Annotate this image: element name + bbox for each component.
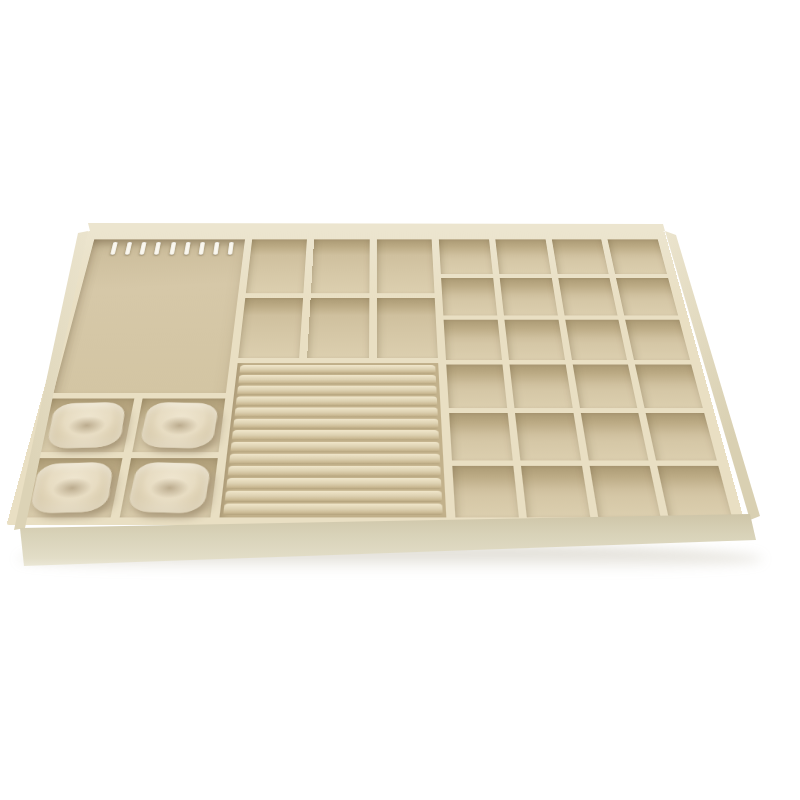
jewelry-compartment	[441, 278, 497, 315]
ring-roll	[234, 408, 438, 418]
jewelry-compartment	[509, 365, 572, 409]
ring-roll	[237, 386, 437, 395]
jewelry-compartment	[452, 466, 518, 518]
watch-pillow	[126, 462, 211, 514]
ring-roll	[230, 442, 439, 452]
ring-roll	[226, 478, 441, 489]
necklace-hook	[169, 242, 176, 255]
necklace-hook	[139, 242, 146, 255]
necklace-hook	[228, 242, 234, 255]
ring-roll	[229, 454, 440, 465]
jewelry-compartment	[449, 413, 512, 460]
jewelry-compartment	[446, 365, 507, 409]
ring-roll	[232, 430, 439, 440]
necklace-hook	[154, 242, 161, 255]
necklace-hook	[198, 242, 205, 255]
ring-roll	[228, 466, 441, 477]
watch-compartment	[37, 398, 134, 452]
jewelry-compartment	[499, 278, 557, 315]
ring-roll	[225, 491, 442, 502]
ring-roll	[236, 397, 438, 407]
watch-pillow	[46, 401, 126, 448]
jewelry-compartment	[625, 320, 690, 360]
watch-pillow	[139, 402, 220, 449]
small-compartment	[377, 239, 435, 293]
jewelry-compartment	[521, 466, 590, 518]
product-photo	[0, 0, 800, 800]
pillow-crease	[148, 477, 191, 499]
jewelry-compartment	[495, 239, 551, 274]
jewelry-compartment	[635, 365, 703, 409]
middle-column	[220, 239, 447, 517]
jewelry-compartment	[608, 239, 667, 274]
pillow-crease	[159, 415, 200, 435]
jewelry-compartment	[572, 365, 637, 409]
jewelry-tray-interior	[7, 231, 746, 525]
small-compartment	[311, 239, 369, 293]
ring-roll	[239, 365, 435, 374]
necklace-hook	[110, 242, 118, 255]
ring-roll-section	[220, 363, 447, 518]
small-compartment	[377, 298, 438, 358]
watch-pillow-grid	[20, 398, 225, 517]
small-compartment	[238, 298, 303, 358]
watch-compartment	[132, 398, 225, 452]
jewelry-compartment	[646, 413, 717, 460]
necklace-hook-row	[110, 242, 234, 255]
small-compartment	[307, 298, 369, 358]
necklace-hook	[184, 242, 191, 255]
ring-roll	[238, 375, 436, 384]
jewelry-compartment	[565, 320, 627, 360]
necklace-compartment	[53, 239, 245, 392]
jewelry-compartment	[439, 239, 493, 274]
jewelry-compartment	[658, 466, 733, 518]
necklace-hook	[125, 242, 132, 255]
pillow-crease	[51, 477, 94, 499]
jewelry-compartment	[504, 320, 564, 360]
jewelry-compartment	[580, 413, 648, 460]
jewelry-compartment	[444, 320, 502, 360]
small-compartment	[246, 239, 307, 293]
watch-compartment	[120, 458, 218, 517]
watch-pillow	[29, 461, 113, 513]
ring-roll	[233, 419, 438, 429]
small-compartment-grid	[238, 239, 438, 357]
jewelry-compartment	[551, 239, 608, 274]
ring-roll	[223, 504, 443, 515]
pillow-crease	[66, 415, 107, 435]
jewelry-compartment	[616, 278, 678, 315]
necklace-hook	[213, 242, 219, 255]
jewelry-compartment	[515, 413, 581, 460]
jewelry-compartment	[589, 466, 661, 518]
jewelry-compartment	[558, 278, 618, 315]
